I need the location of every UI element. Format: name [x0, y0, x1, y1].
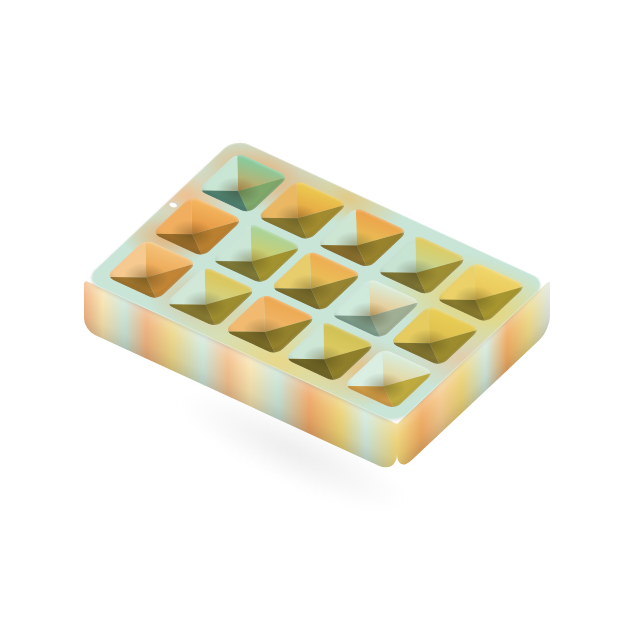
product-photo [0, 0, 624, 624]
